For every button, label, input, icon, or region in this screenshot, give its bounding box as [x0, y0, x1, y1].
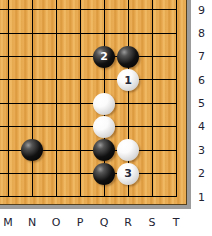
stone-white-R3 — [117, 139, 139, 161]
intersection-T2[interactable] — [164, 162, 187, 185]
intersection-T6[interactable] — [164, 68, 187, 91]
column-labels: MNOPQRST — [0, 210, 188, 234]
intersection-R1[interactable] — [116, 185, 140, 205]
intersection-Q3[interactable] — [92, 139, 116, 162]
stone-white-R6: 1 — [117, 69, 139, 91]
intersection-P9[interactable] — [68, 0, 92, 22]
intersection-N8[interactable] — [20, 22, 44, 45]
intersection-Q2[interactable] — [92, 162, 116, 185]
intersection-R5[interactable] — [116, 92, 140, 115]
stone-white-Q4 — [93, 116, 115, 138]
intersection-M9[interactable] — [0, 0, 20, 22]
intersection-S3[interactable] — [140, 139, 164, 162]
intersection-N7[interactable] — [20, 45, 44, 68]
intersection-Q4[interactable] — [92, 115, 116, 138]
intersection-R3[interactable] — [116, 139, 140, 162]
intersection-P8[interactable] — [68, 22, 92, 45]
intersection-N3[interactable] — [20, 139, 44, 162]
intersection-N9[interactable] — [20, 0, 44, 22]
intersection-S7[interactable] — [140, 45, 164, 68]
intersection-M5[interactable] — [0, 92, 20, 115]
column-label-N: N — [20, 210, 44, 234]
intersection-P4[interactable] — [68, 115, 92, 138]
intersection-O7[interactable] — [44, 45, 68, 68]
intersection-N4[interactable] — [20, 115, 44, 138]
column-label-T: T — [164, 210, 188, 234]
intersection-R2[interactable]: 3 — [116, 162, 140, 185]
intersection-N5[interactable] — [20, 92, 44, 115]
intersection-T4[interactable] — [164, 115, 187, 138]
intersection-N2[interactable] — [20, 162, 44, 185]
intersection-Q7[interactable]: 2 — [92, 45, 116, 68]
intersection-S4[interactable] — [140, 115, 164, 138]
board-grid: 213 — [0, 0, 187, 205]
intersection-P6[interactable] — [68, 68, 92, 91]
intersection-Q1[interactable] — [92, 185, 116, 205]
column-label-Q: Q — [92, 210, 116, 234]
column-label-O: O — [44, 210, 68, 234]
row-labels: 987654321 — [191, 0, 212, 209]
intersection-M8[interactable] — [0, 22, 20, 45]
intersection-N1[interactable] — [20, 185, 44, 205]
intersection-T5[interactable] — [164, 92, 187, 115]
stone-white-Q5 — [93, 93, 115, 115]
intersection-P5[interactable] — [68, 92, 92, 115]
intersection-S2[interactable] — [140, 162, 164, 185]
intersection-P1[interactable] — [68, 185, 92, 205]
row-label-3: 3 — [191, 139, 212, 162]
intersection-R9[interactable] — [116, 0, 140, 22]
intersection-Q9[interactable] — [92, 0, 116, 22]
intersection-M4[interactable] — [0, 115, 20, 138]
intersection-T9[interactable] — [164, 0, 187, 22]
intersection-T1[interactable] — [164, 185, 187, 205]
intersection-R6[interactable]: 1 — [116, 68, 140, 91]
stone-white-R2: 3 — [117, 163, 139, 185]
column-label-M: M — [0, 210, 20, 234]
row-label-1: 1 — [191, 185, 212, 208]
intersection-Q8[interactable] — [92, 22, 116, 45]
row-label-6: 6 — [191, 68, 212, 91]
stone-black-Q3 — [93, 139, 115, 161]
intersection-N6[interactable] — [20, 68, 44, 91]
intersection-O8[interactable] — [44, 22, 68, 45]
intersection-R8[interactable] — [116, 22, 140, 45]
intersection-O3[interactable] — [44, 139, 68, 162]
go-board: 213 — [0, 0, 187, 205]
row-label-7: 7 — [191, 45, 212, 68]
column-label-R: R — [116, 210, 140, 234]
intersection-P2[interactable] — [68, 162, 92, 185]
intersection-O6[interactable] — [44, 68, 68, 91]
intersection-O4[interactable] — [44, 115, 68, 138]
intersection-S6[interactable] — [140, 68, 164, 91]
intersection-M7[interactable] — [0, 45, 20, 68]
intersection-R4[interactable] — [116, 115, 140, 138]
intersection-T7[interactable] — [164, 45, 187, 68]
row-label-5: 5 — [191, 92, 212, 115]
row-label-4: 4 — [191, 115, 212, 138]
row-label-9: 9 — [191, 0, 212, 22]
intersection-Q6[interactable] — [92, 68, 116, 91]
column-label-P: P — [68, 210, 92, 234]
intersection-P3[interactable] — [68, 139, 92, 162]
intersection-M2[interactable] — [0, 162, 20, 185]
intersection-O5[interactable] — [44, 92, 68, 115]
go-diagram: 213 MNOPQRST 987654321 — [0, 0, 212, 236]
stone-black-Q2 — [93, 163, 115, 185]
intersection-M3[interactable] — [0, 139, 20, 162]
intersection-S5[interactable] — [140, 92, 164, 115]
intersection-M1[interactable] — [0, 185, 20, 205]
intersection-T8[interactable] — [164, 22, 187, 45]
column-label-S: S — [140, 210, 164, 234]
intersection-Q5[interactable] — [92, 92, 116, 115]
stone-black-R7 — [117, 46, 139, 68]
stone-black-N3 — [21, 139, 43, 161]
row-label-8: 8 — [191, 22, 212, 45]
intersection-O2[interactable] — [44, 162, 68, 185]
row-label-2: 2 — [191, 162, 212, 185]
intersection-O1[interactable] — [44, 185, 68, 205]
intersection-R7[interactable] — [116, 45, 140, 68]
intersection-T3[interactable] — [164, 139, 187, 162]
intersection-S1[interactable] — [140, 185, 164, 205]
intersection-P7[interactable] — [68, 45, 92, 68]
stone-black-Q7: 2 — [93, 46, 115, 68]
board-edge-shadow-bottom — [0, 205, 191, 209]
intersection-S8[interactable] — [140, 22, 164, 45]
intersection-M6[interactable] — [0, 68, 20, 91]
intersection-O9[interactable] — [44, 0, 68, 22]
intersection-S9[interactable] — [140, 0, 164, 22]
